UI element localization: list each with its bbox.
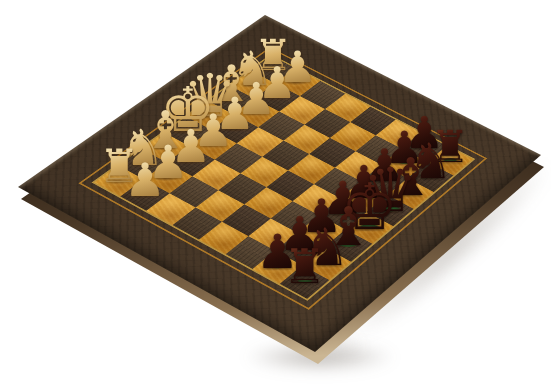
black-rook-h8: ♜ bbox=[283, 243, 326, 291]
white-pawn-h2: ♟ bbox=[124, 157, 166, 203]
chess-set-photo: Angled overhead photo of a wooden Staunt… bbox=[0, 0, 551, 390]
pieces-layer: ♜♞♝♛♚♝♞♜♟♟♟♟♟♟♟♟♟♟♟♟♟♟♟♟♜♞♝♛♚♝♞♜ bbox=[0, 0, 551, 390]
